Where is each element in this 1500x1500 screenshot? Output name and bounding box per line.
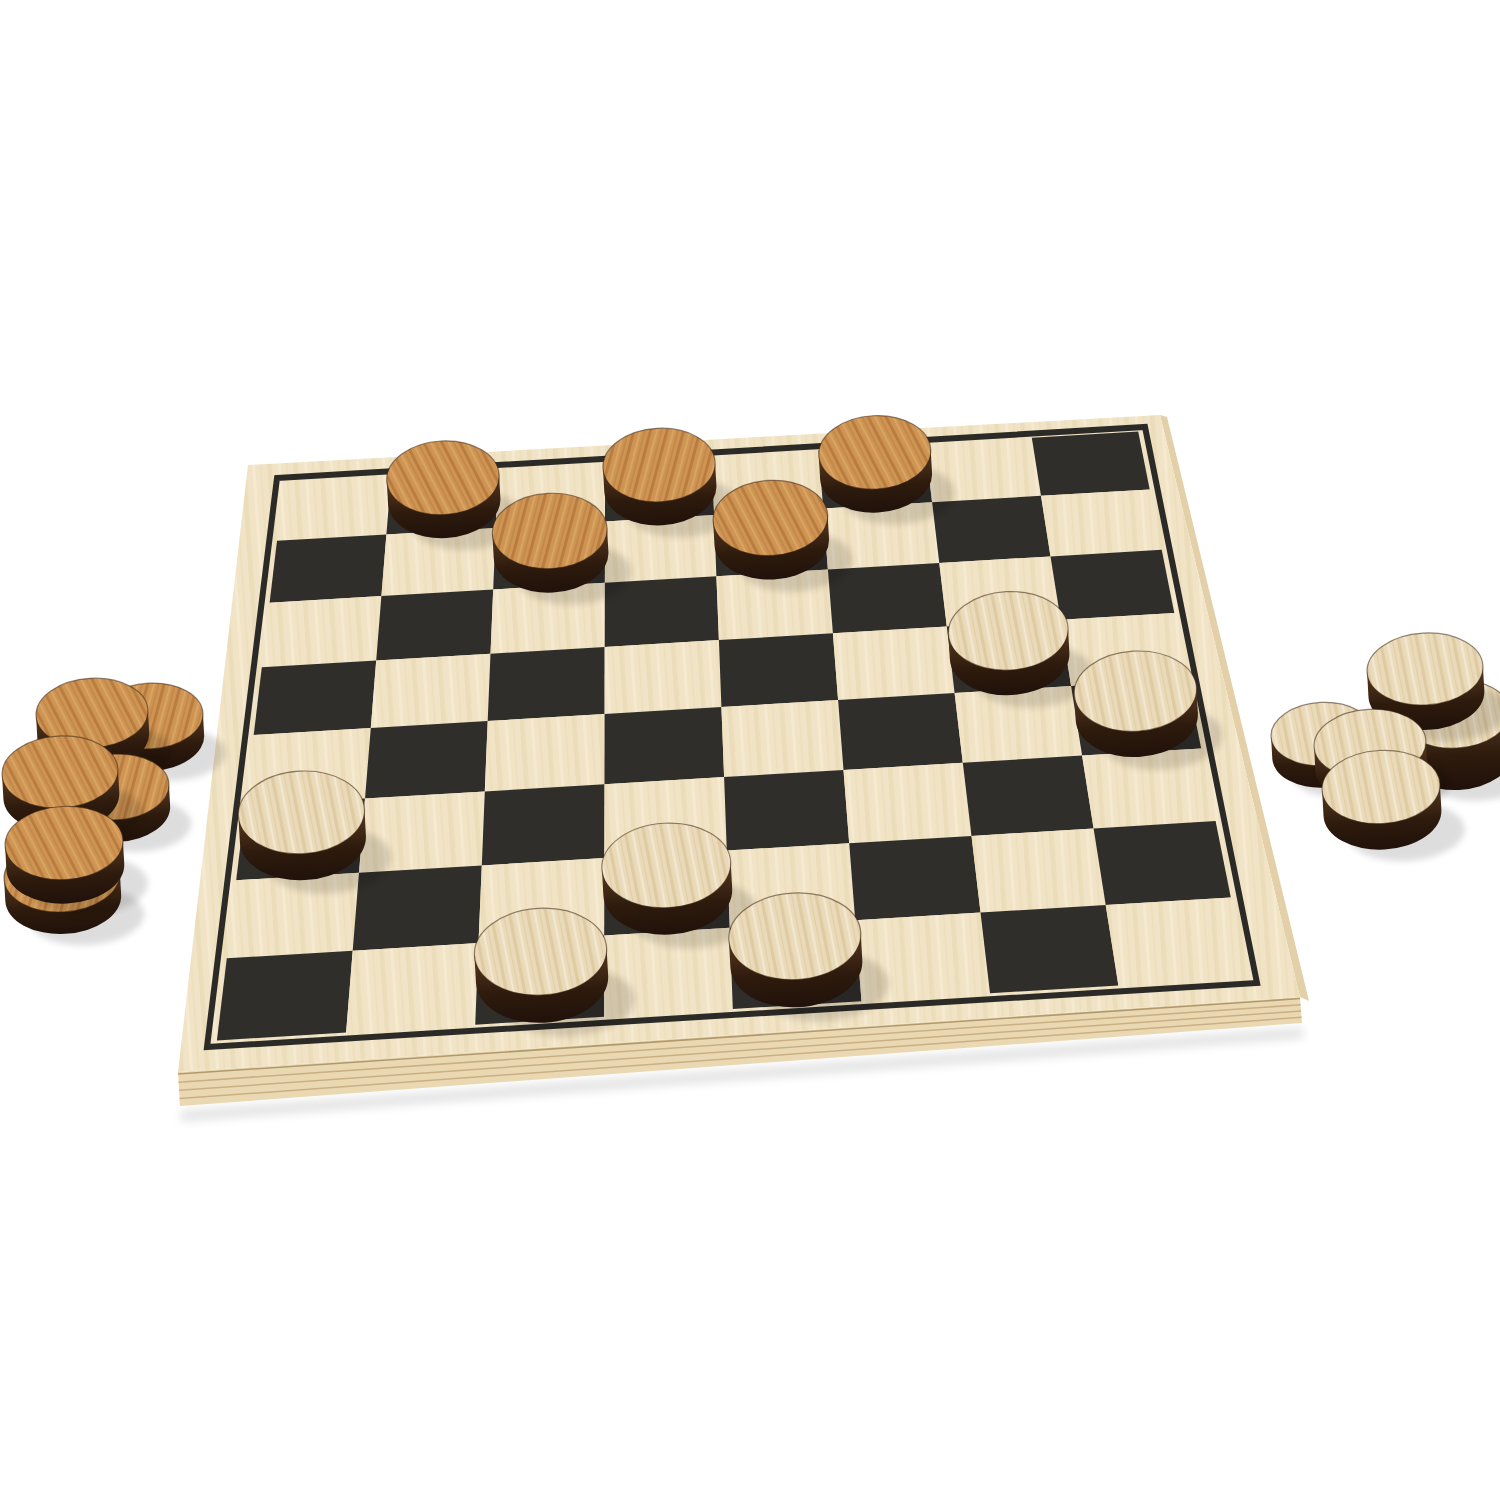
square-r2c8	[1041, 489, 1162, 556]
square-r7c8	[1094, 821, 1231, 905]
square-r6c6	[844, 763, 972, 843]
square-r4c3	[488, 647, 605, 721]
square-r6c7	[963, 756, 1094, 836]
square-r5c2	[365, 721, 488, 799]
square-r4c4	[605, 640, 722, 714]
square-r4c1	[254, 661, 377, 735]
offboard-left-pile	[0, 674, 227, 950]
offboard-right-pile	[1269, 629, 1500, 866]
scene-svg	[0, 0, 1500, 1500]
square-r5c6	[838, 693, 963, 770]
square-r5c5	[721, 700, 843, 777]
square-r3c1	[262, 596, 382, 667]
square-r3c2	[376, 589, 493, 660]
square-r3c6	[828, 563, 947, 633]
square-r5c4	[605, 707, 725, 784]
square-r2c1	[270, 534, 387, 602]
square-r7c6	[849, 836, 980, 920]
square-r4c2	[371, 654, 491, 728]
square-r5c3	[485, 714, 605, 791]
square-r8c7	[981, 905, 1119, 993]
square-r1c8	[1032, 432, 1150, 496]
product-photo	[0, 0, 1500, 1500]
square-r8c2	[346, 943, 478, 1033]
square-r6c5	[724, 770, 849, 851]
square-r4c5	[719, 633, 838, 707]
square-r1c1	[277, 475, 391, 540]
square-r4c6	[833, 627, 955, 701]
square-r7c7	[972, 829, 1106, 913]
square-r3c8	[1051, 550, 1175, 620]
square-r6c3	[482, 784, 605, 865]
square-r8c1	[217, 951, 353, 1041]
square-r2c7	[932, 496, 1050, 563]
square-r8c8	[1106, 897, 1247, 985]
